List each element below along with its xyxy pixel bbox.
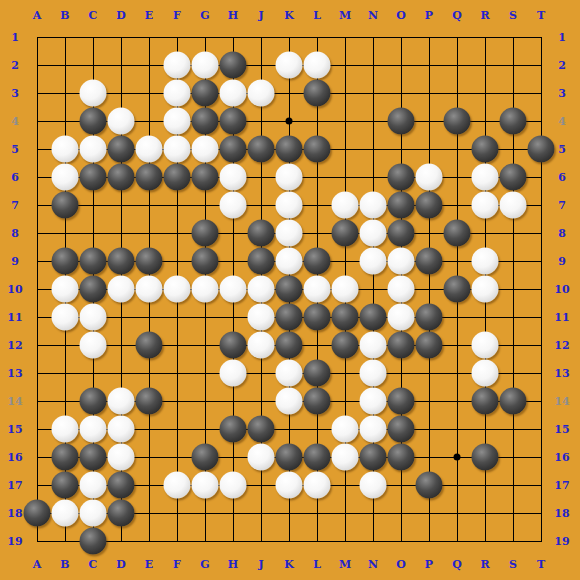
intersection-o6[interactable] — [387, 163, 415, 191]
intersection-g7[interactable] — [191, 191, 219, 219]
intersection-s11[interactable] — [499, 303, 527, 331]
intersection-q12[interactable] — [443, 331, 471, 359]
intersection-n15[interactable] — [359, 415, 387, 443]
intersection-p3[interactable] — [415, 79, 443, 107]
intersection-m18[interactable] — [331, 499, 359, 527]
intersection-a16[interactable] — [23, 443, 51, 471]
intersection-j2[interactable] — [247, 51, 275, 79]
intersection-f10[interactable] — [163, 275, 191, 303]
intersection-o14[interactable] — [387, 387, 415, 415]
intersection-s2[interactable] — [499, 51, 527, 79]
intersection-m8[interactable] — [331, 219, 359, 247]
intersection-m13[interactable] — [331, 359, 359, 387]
intersection-k2[interactable] — [275, 51, 303, 79]
intersection-c14[interactable] — [79, 387, 107, 415]
intersection-h14[interactable] — [219, 387, 247, 415]
intersection-l9[interactable] — [303, 247, 331, 275]
intersection-p4[interactable] — [415, 107, 443, 135]
intersection-t17[interactable] — [527, 471, 555, 499]
intersection-c2[interactable] — [79, 51, 107, 79]
intersection-s15[interactable] — [499, 415, 527, 443]
intersection-f1[interactable] — [163, 23, 191, 51]
intersection-h5[interactable] — [219, 135, 247, 163]
intersection-q1[interactable] — [443, 23, 471, 51]
intersection-h4[interactable] — [219, 107, 247, 135]
intersection-r11[interactable] — [471, 303, 499, 331]
intersection-a6[interactable] — [23, 163, 51, 191]
intersection-s7[interactable] — [499, 191, 527, 219]
intersection-n18[interactable] — [359, 499, 387, 527]
intersection-h7[interactable] — [219, 191, 247, 219]
intersection-p18[interactable] — [415, 499, 443, 527]
intersection-m5[interactable] — [331, 135, 359, 163]
intersection-q6[interactable] — [443, 163, 471, 191]
intersection-a17[interactable] — [23, 471, 51, 499]
intersection-s18[interactable] — [499, 499, 527, 527]
intersection-m1[interactable] — [331, 23, 359, 51]
intersection-e14[interactable] — [135, 387, 163, 415]
intersection-j8[interactable] — [247, 219, 275, 247]
intersection-t4[interactable] — [527, 107, 555, 135]
intersection-k8[interactable] — [275, 219, 303, 247]
intersection-p6[interactable] — [415, 163, 443, 191]
intersection-c18[interactable] — [79, 499, 107, 527]
intersection-l12[interactable] — [303, 331, 331, 359]
intersection-p7[interactable] — [415, 191, 443, 219]
intersection-h1[interactable] — [219, 23, 247, 51]
intersection-p5[interactable] — [415, 135, 443, 163]
intersection-b14[interactable] — [51, 387, 79, 415]
intersection-e3[interactable] — [135, 79, 163, 107]
intersection-n14[interactable] — [359, 387, 387, 415]
intersection-s1[interactable] — [499, 23, 527, 51]
intersection-c3[interactable] — [79, 79, 107, 107]
intersection-j18[interactable] — [247, 499, 275, 527]
intersection-l10[interactable] — [303, 275, 331, 303]
intersection-m4[interactable] — [331, 107, 359, 135]
intersection-e18[interactable] — [135, 499, 163, 527]
intersection-d19[interactable] — [107, 527, 135, 555]
intersection-s8[interactable] — [499, 219, 527, 247]
intersection-s4[interactable] — [499, 107, 527, 135]
intersection-k15[interactable] — [275, 415, 303, 443]
intersection-p17[interactable] — [415, 471, 443, 499]
intersection-k14[interactable] — [275, 387, 303, 415]
intersection-j16[interactable] — [247, 443, 275, 471]
intersection-h2[interactable] — [219, 51, 247, 79]
intersection-f2[interactable] — [163, 51, 191, 79]
intersection-g4[interactable] — [191, 107, 219, 135]
intersection-c8[interactable] — [79, 219, 107, 247]
intersection-d5[interactable] — [107, 135, 135, 163]
intersection-k11[interactable] — [275, 303, 303, 331]
intersection-d13[interactable] — [107, 359, 135, 387]
intersection-m3[interactable] — [331, 79, 359, 107]
intersection-e2[interactable] — [135, 51, 163, 79]
intersection-h10[interactable] — [219, 275, 247, 303]
intersection-a8[interactable] — [23, 219, 51, 247]
intersection-r4[interactable] — [471, 107, 499, 135]
intersection-g16[interactable] — [191, 443, 219, 471]
intersection-t12[interactable] — [527, 331, 555, 359]
intersection-q15[interactable] — [443, 415, 471, 443]
intersection-j9[interactable] — [247, 247, 275, 275]
intersection-n1[interactable] — [359, 23, 387, 51]
intersection-b3[interactable] — [51, 79, 79, 107]
intersection-e17[interactable] — [135, 471, 163, 499]
intersection-o4[interactable] — [387, 107, 415, 135]
intersection-s14[interactable] — [499, 387, 527, 415]
intersection-a1[interactable] — [23, 23, 51, 51]
intersection-b12[interactable] — [51, 331, 79, 359]
intersection-p16[interactable] — [415, 443, 443, 471]
intersection-f17[interactable] — [163, 471, 191, 499]
intersection-o7[interactable] — [387, 191, 415, 219]
intersection-h13[interactable] — [219, 359, 247, 387]
intersection-n11[interactable] — [359, 303, 387, 331]
intersection-o11[interactable] — [387, 303, 415, 331]
intersection-s6[interactable] — [499, 163, 527, 191]
intersection-n9[interactable] — [359, 247, 387, 275]
intersection-h19[interactable] — [219, 527, 247, 555]
intersection-q14[interactable] — [443, 387, 471, 415]
intersection-t5[interactable] — [527, 135, 555, 163]
intersection-j5[interactable] — [247, 135, 275, 163]
intersection-d18[interactable] — [107, 499, 135, 527]
intersection-k5[interactable] — [275, 135, 303, 163]
intersection-o17[interactable] — [387, 471, 415, 499]
intersection-e16[interactable] — [135, 443, 163, 471]
intersection-e9[interactable] — [135, 247, 163, 275]
intersection-s3[interactable] — [499, 79, 527, 107]
intersection-r5[interactable] — [471, 135, 499, 163]
intersection-l19[interactable] — [303, 527, 331, 555]
intersection-l4[interactable] — [303, 107, 331, 135]
intersection-h17[interactable] — [219, 471, 247, 499]
intersection-l7[interactable] — [303, 191, 331, 219]
intersection-o5[interactable] — [387, 135, 415, 163]
intersection-o9[interactable] — [387, 247, 415, 275]
intersection-s19[interactable] — [499, 527, 527, 555]
intersection-q13[interactable] — [443, 359, 471, 387]
intersection-g19[interactable] — [191, 527, 219, 555]
intersection-o1[interactable] — [387, 23, 415, 51]
intersection-d9[interactable] — [107, 247, 135, 275]
intersection-m16[interactable] — [331, 443, 359, 471]
intersection-k17[interactable] — [275, 471, 303, 499]
intersection-o12[interactable] — [387, 331, 415, 359]
intersection-r15[interactable] — [471, 415, 499, 443]
intersection-o18[interactable] — [387, 499, 415, 527]
intersection-r7[interactable] — [471, 191, 499, 219]
intersection-b9[interactable] — [51, 247, 79, 275]
intersection-b7[interactable] — [51, 191, 79, 219]
intersection-a9[interactable] — [23, 247, 51, 275]
intersection-c15[interactable] — [79, 415, 107, 443]
intersection-n6[interactable] — [359, 163, 387, 191]
intersection-o2[interactable] — [387, 51, 415, 79]
intersection-g3[interactable] — [191, 79, 219, 107]
intersection-s16[interactable] — [499, 443, 527, 471]
intersection-h8[interactable] — [219, 219, 247, 247]
intersection-b5[interactable] — [51, 135, 79, 163]
intersection-l5[interactable] — [303, 135, 331, 163]
intersection-j1[interactable] — [247, 23, 275, 51]
intersection-f8[interactable] — [163, 219, 191, 247]
intersection-o10[interactable] — [387, 275, 415, 303]
intersection-t13[interactable] — [527, 359, 555, 387]
intersection-g6[interactable] — [191, 163, 219, 191]
intersection-q17[interactable] — [443, 471, 471, 499]
intersection-e6[interactable] — [135, 163, 163, 191]
intersection-k10[interactable] — [275, 275, 303, 303]
intersection-a12[interactable] — [23, 331, 51, 359]
intersection-n8[interactable] — [359, 219, 387, 247]
intersection-a13[interactable] — [23, 359, 51, 387]
intersection-k16[interactable] — [275, 443, 303, 471]
intersection-l16[interactable] — [303, 443, 331, 471]
intersection-n10[interactable] — [359, 275, 387, 303]
intersection-m15[interactable] — [331, 415, 359, 443]
intersection-d11[interactable] — [107, 303, 135, 331]
intersection-l3[interactable] — [303, 79, 331, 107]
intersection-p19[interactable] — [415, 527, 443, 555]
intersection-b4[interactable] — [51, 107, 79, 135]
intersection-t15[interactable] — [527, 415, 555, 443]
intersection-f11[interactable] — [163, 303, 191, 331]
intersection-q11[interactable] — [443, 303, 471, 331]
intersection-t1[interactable] — [527, 23, 555, 51]
intersection-d17[interactable] — [107, 471, 135, 499]
intersection-c4[interactable] — [79, 107, 107, 135]
intersection-e10[interactable] — [135, 275, 163, 303]
intersection-c6[interactable] — [79, 163, 107, 191]
intersection-r17[interactable] — [471, 471, 499, 499]
intersection-l15[interactable] — [303, 415, 331, 443]
intersection-n3[interactable] — [359, 79, 387, 107]
intersection-c12[interactable] — [79, 331, 107, 359]
intersection-k12[interactable] — [275, 331, 303, 359]
intersection-c10[interactable] — [79, 275, 107, 303]
intersection-g17[interactable] — [191, 471, 219, 499]
intersection-p14[interactable] — [415, 387, 443, 415]
intersection-c17[interactable] — [79, 471, 107, 499]
intersection-l1[interactable] — [303, 23, 331, 51]
intersection-q2[interactable] — [443, 51, 471, 79]
intersection-p11[interactable] — [415, 303, 443, 331]
intersection-j10[interactable] — [247, 275, 275, 303]
intersection-m7[interactable] — [331, 191, 359, 219]
intersection-g15[interactable] — [191, 415, 219, 443]
intersection-n19[interactable] — [359, 527, 387, 555]
intersection-t2[interactable] — [527, 51, 555, 79]
intersection-g11[interactable] — [191, 303, 219, 331]
intersection-n5[interactable] — [359, 135, 387, 163]
intersection-m17[interactable] — [331, 471, 359, 499]
intersection-o15[interactable] — [387, 415, 415, 443]
intersection-h15[interactable] — [219, 415, 247, 443]
intersection-p2[interactable] — [415, 51, 443, 79]
intersection-a11[interactable] — [23, 303, 51, 331]
intersection-l17[interactable] — [303, 471, 331, 499]
intersection-f15[interactable] — [163, 415, 191, 443]
intersection-n13[interactable] — [359, 359, 387, 387]
intersection-r2[interactable] — [471, 51, 499, 79]
intersection-q4[interactable] — [443, 107, 471, 135]
intersection-t9[interactable] — [527, 247, 555, 275]
intersection-d3[interactable] — [107, 79, 135, 107]
intersection-d1[interactable] — [107, 23, 135, 51]
intersection-j15[interactable] — [247, 415, 275, 443]
intersection-o19[interactable] — [387, 527, 415, 555]
intersection-a4[interactable] — [23, 107, 51, 135]
intersection-e4[interactable] — [135, 107, 163, 135]
intersection-b17[interactable] — [51, 471, 79, 499]
intersection-t19[interactable] — [527, 527, 555, 555]
intersection-d2[interactable] — [107, 51, 135, 79]
intersection-g10[interactable] — [191, 275, 219, 303]
intersection-p12[interactable] — [415, 331, 443, 359]
intersection-a15[interactable] — [23, 415, 51, 443]
intersection-j3[interactable] — [247, 79, 275, 107]
intersection-b2[interactable] — [51, 51, 79, 79]
intersection-g12[interactable] — [191, 331, 219, 359]
intersection-p8[interactable] — [415, 219, 443, 247]
intersection-t11[interactable] — [527, 303, 555, 331]
intersection-t14[interactable] — [527, 387, 555, 415]
intersection-h12[interactable] — [219, 331, 247, 359]
intersection-k4[interactable] — [275, 107, 303, 135]
intersection-d7[interactable] — [107, 191, 135, 219]
intersection-d6[interactable] — [107, 163, 135, 191]
intersection-h11[interactable] — [219, 303, 247, 331]
intersection-d16[interactable] — [107, 443, 135, 471]
intersection-g5[interactable] — [191, 135, 219, 163]
intersection-e13[interactable] — [135, 359, 163, 387]
intersection-m11[interactable] — [331, 303, 359, 331]
intersection-s5[interactable] — [499, 135, 527, 163]
intersection-l18[interactable] — [303, 499, 331, 527]
intersection-j19[interactable] — [247, 527, 275, 555]
intersection-o3[interactable] — [387, 79, 415, 107]
intersection-j17[interactable] — [247, 471, 275, 499]
intersection-j4[interactable] — [247, 107, 275, 135]
intersection-e1[interactable] — [135, 23, 163, 51]
intersection-j7[interactable] — [247, 191, 275, 219]
intersection-r12[interactable] — [471, 331, 499, 359]
intersection-c7[interactable] — [79, 191, 107, 219]
intersection-q9[interactable] — [443, 247, 471, 275]
intersection-k18[interactable] — [275, 499, 303, 527]
intersection-m9[interactable] — [331, 247, 359, 275]
intersection-p13[interactable] — [415, 359, 443, 387]
intersection-e12[interactable] — [135, 331, 163, 359]
intersection-n17[interactable] — [359, 471, 387, 499]
intersection-s10[interactable] — [499, 275, 527, 303]
intersection-b6[interactable] — [51, 163, 79, 191]
intersection-l8[interactable] — [303, 219, 331, 247]
intersection-b11[interactable] — [51, 303, 79, 331]
intersection-b15[interactable] — [51, 415, 79, 443]
intersection-e7[interactable] — [135, 191, 163, 219]
intersection-h6[interactable] — [219, 163, 247, 191]
intersection-b16[interactable] — [51, 443, 79, 471]
intersection-o16[interactable] — [387, 443, 415, 471]
intersection-d10[interactable] — [107, 275, 135, 303]
intersection-j11[interactable] — [247, 303, 275, 331]
intersection-a3[interactable] — [23, 79, 51, 107]
intersection-a7[interactable] — [23, 191, 51, 219]
intersection-o13[interactable] — [387, 359, 415, 387]
intersection-k7[interactable] — [275, 191, 303, 219]
intersection-h16[interactable] — [219, 443, 247, 471]
intersection-n4[interactable] — [359, 107, 387, 135]
intersection-d4[interactable] — [107, 107, 135, 135]
intersection-s12[interactable] — [499, 331, 527, 359]
intersection-p9[interactable] — [415, 247, 443, 275]
intersection-h3[interactable] — [219, 79, 247, 107]
intersection-l2[interactable] — [303, 51, 331, 79]
intersection-c11[interactable] — [79, 303, 107, 331]
intersection-s17[interactable] — [499, 471, 527, 499]
intersection-b19[interactable] — [51, 527, 79, 555]
intersection-c9[interactable] — [79, 247, 107, 275]
intersection-k19[interactable] — [275, 527, 303, 555]
intersection-f14[interactable] — [163, 387, 191, 415]
intersection-n2[interactable] — [359, 51, 387, 79]
intersection-a5[interactable] — [23, 135, 51, 163]
intersection-p15[interactable] — [415, 415, 443, 443]
intersection-c19[interactable] — [79, 527, 107, 555]
intersection-r14[interactable] — [471, 387, 499, 415]
intersection-g18[interactable] — [191, 499, 219, 527]
intersection-j14[interactable] — [247, 387, 275, 415]
intersection-c13[interactable] — [79, 359, 107, 387]
intersection-q10[interactable] — [443, 275, 471, 303]
intersection-p1[interactable] — [415, 23, 443, 51]
intersection-a10[interactable] — [23, 275, 51, 303]
intersection-c5[interactable] — [79, 135, 107, 163]
intersection-q5[interactable] — [443, 135, 471, 163]
intersection-f7[interactable] — [163, 191, 191, 219]
intersection-q7[interactable] — [443, 191, 471, 219]
intersection-t10[interactable] — [527, 275, 555, 303]
intersection-g2[interactable] — [191, 51, 219, 79]
intersection-r8[interactable] — [471, 219, 499, 247]
intersection-j6[interactable] — [247, 163, 275, 191]
intersection-q8[interactable] — [443, 219, 471, 247]
intersection-f19[interactable] — [163, 527, 191, 555]
intersection-a2[interactable] — [23, 51, 51, 79]
intersection-d15[interactable] — [107, 415, 135, 443]
intersection-s9[interactable] — [499, 247, 527, 275]
intersection-j12[interactable] — [247, 331, 275, 359]
intersection-r13[interactable] — [471, 359, 499, 387]
intersection-f5[interactable] — [163, 135, 191, 163]
intersection-m19[interactable] — [331, 527, 359, 555]
intersection-t6[interactable] — [527, 163, 555, 191]
intersection-d12[interactable] — [107, 331, 135, 359]
intersection-e19[interactable] — [135, 527, 163, 555]
intersection-g1[interactable] — [191, 23, 219, 51]
intersection-p10[interactable] — [415, 275, 443, 303]
intersection-s13[interactable] — [499, 359, 527, 387]
intersection-l14[interactable] — [303, 387, 331, 415]
intersection-a18[interactable] — [23, 499, 51, 527]
intersection-r6[interactable] — [471, 163, 499, 191]
intersection-g14[interactable] — [191, 387, 219, 415]
intersection-n7[interactable] — [359, 191, 387, 219]
